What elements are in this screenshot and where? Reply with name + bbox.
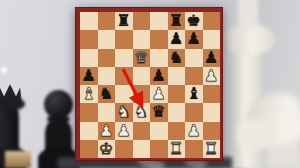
square-c5[interactable] <box>115 67 133 85</box>
square-c6[interactable] <box>115 49 133 67</box>
square-a2[interactable] <box>80 122 98 140</box>
square-b4[interactable]: ♞ <box>98 85 116 103</box>
piece-white-queen[interactable]: ♛ <box>134 50 148 66</box>
piece-white-king[interactable]: ♚ <box>99 141 113 157</box>
square-h7[interactable] <box>203 30 221 48</box>
piece-white-pawn[interactable]: ♟ <box>99 123 113 139</box>
square-f2[interactable] <box>168 122 186 140</box>
square-c1[interactable] <box>115 140 133 158</box>
bg-white-queen-head <box>238 0 258 28</box>
square-h3[interactable] <box>203 103 221 121</box>
square-d5[interactable] <box>133 67 151 85</box>
square-c7[interactable] <box>115 30 133 48</box>
square-f4[interactable] <box>168 85 186 103</box>
piece-white-pawn[interactable]: ♟ <box>204 68 218 84</box>
square-f3[interactable] <box>168 103 186 121</box>
piece-white-knight[interactable]: ♞ <box>134 104 148 120</box>
square-d6[interactable]: ♛ <box>133 49 151 67</box>
square-a8[interactable] <box>80 12 98 30</box>
piece-white-rook[interactable]: ♜ <box>204 141 218 157</box>
square-e5[interactable]: ♟ <box>150 67 168 85</box>
square-e8[interactable] <box>150 12 168 30</box>
piece-black-knight[interactable]: ♞ <box>99 86 113 102</box>
square-a5[interactable]: ♟ <box>80 67 98 85</box>
square-e7[interactable] <box>150 30 168 48</box>
square-d4[interactable] <box>133 85 151 103</box>
square-e3[interactable]: ♛ <box>150 103 168 121</box>
board-squares: ♜♜♚♟♟♛♞♟♟♟♟♝♞♟♝♞♞♛♟♟♟♚♜♜ <box>80 12 220 158</box>
square-b8[interactable] <box>98 12 116 30</box>
square-d3[interactable]: ♞ <box>133 103 151 121</box>
piece-white-bishop[interactable]: ♝ <box>82 86 96 102</box>
square-h1[interactable]: ♜ <box>203 140 221 158</box>
square-f6[interactable]: ♞ <box>168 49 186 67</box>
square-b5[interactable] <box>98 67 116 85</box>
piece-black-pawn[interactable]: ♟ <box>169 31 183 47</box>
piece-white-pawn[interactable]: ♟ <box>117 123 131 139</box>
square-g7[interactable]: ♟ <box>185 30 203 48</box>
piece-black-pawn[interactable]: ♟ <box>204 50 218 66</box>
piece-white-knight[interactable]: ♞ <box>117 104 131 120</box>
square-g2[interactable]: ♟ <box>185 122 203 140</box>
piece-black-rook[interactable]: ♜ <box>169 13 183 29</box>
square-h4[interactable] <box>203 85 221 103</box>
square-f7[interactable]: ♟ <box>168 30 186 48</box>
square-h8[interactable] <box>203 12 221 30</box>
square-a4[interactable]: ♝ <box>80 85 98 103</box>
square-a7[interactable] <box>80 30 98 48</box>
square-h5[interactable]: ♟ <box>203 67 221 85</box>
bg-black-pawn-collar <box>47 114 70 124</box>
square-d2[interactable] <box>133 122 151 140</box>
square-f8[interactable]: ♜ <box>168 12 186 30</box>
square-a1[interactable] <box>80 140 98 158</box>
square-g3[interactable] <box>185 103 203 121</box>
piece-black-bishop[interactable]: ♝ <box>187 86 201 102</box>
square-b6[interactable] <box>98 49 116 67</box>
square-b2[interactable]: ♟ <box>98 122 116 140</box>
piece-black-king[interactable]: ♚ <box>187 13 201 29</box>
piece-black-queen[interactable]: ♛ <box>152 104 166 120</box>
square-g8[interactable]: ♚ <box>185 12 203 30</box>
square-c8[interactable]: ♜ <box>115 12 133 30</box>
square-e2[interactable] <box>150 122 168 140</box>
bg-wooden-table-edge <box>5 151 31 168</box>
square-g6[interactable] <box>185 49 203 67</box>
square-a6[interactable] <box>80 49 98 67</box>
piece-black-knight[interactable]: ♞ <box>169 50 183 66</box>
square-d1[interactable] <box>133 140 151 158</box>
square-a3[interactable] <box>80 103 98 121</box>
chess-board: ♜♜♚♟♟♛♞♟♟♟♟♝♞♟♝♞♞♛♟♟♟♚♜♜ <box>75 7 223 161</box>
square-d7[interactable] <box>133 30 151 48</box>
piece-black-pawn[interactable]: ♟ <box>187 31 201 47</box>
square-g1[interactable] <box>185 140 203 158</box>
square-f5[interactable] <box>168 67 186 85</box>
square-e6[interactable] <box>150 49 168 67</box>
square-b7[interactable] <box>98 30 116 48</box>
square-c4[interactable] <box>115 85 133 103</box>
piece-black-pawn[interactable]: ♟ <box>152 68 166 84</box>
square-h2[interactable] <box>203 122 221 140</box>
square-f1[interactable]: ♜ <box>168 140 186 158</box>
screenshot: ♜♜♚♟♟♛♞♟♟♟♟♝♞♟♝♞♞♛♟♟♟♚♜♜ <box>0 0 300 168</box>
piece-black-pawn[interactable]: ♟ <box>82 68 96 84</box>
square-g4[interactable]: ♝ <box>185 85 203 103</box>
piece-white-pawn[interactable]: ♟ <box>187 123 201 139</box>
square-h6[interactable]: ♟ <box>203 49 221 67</box>
square-b3[interactable] <box>98 103 116 121</box>
square-d8[interactable] <box>133 12 151 30</box>
square-c2[interactable]: ♟ <box>115 122 133 140</box>
square-c3[interactable]: ♞ <box>115 103 133 121</box>
piece-black-rook[interactable]: ♜ <box>117 13 131 29</box>
piece-white-pawn[interactable]: ♟ <box>152 86 166 102</box>
bg-highlight-dot <box>1 67 7 73</box>
piece-white-rook[interactable]: ♜ <box>169 141 183 157</box>
square-g5[interactable] <box>185 67 203 85</box>
square-b1[interactable]: ♚ <box>98 140 116 158</box>
square-e4[interactable]: ♟ <box>150 85 168 103</box>
square-e1[interactable] <box>150 140 168 158</box>
